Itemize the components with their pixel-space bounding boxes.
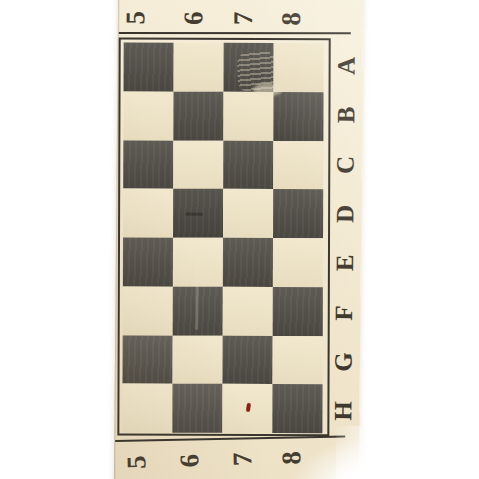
square-b5[interactable] bbox=[123, 91, 173, 140]
square-c6[interactable] bbox=[173, 140, 223, 189]
file-label-b: B bbox=[331, 100, 361, 130]
square-e7[interactable] bbox=[223, 238, 273, 287]
square-g7[interactable] bbox=[223, 335, 273, 384]
square-h8[interactable] bbox=[272, 384, 322, 433]
square-g6[interactable] bbox=[173, 335, 223, 384]
rank-label-bottom-8: 8 bbox=[277, 442, 308, 473]
rank-label-bottom-6: 6 bbox=[175, 445, 206, 476]
square-h7[interactable] bbox=[222, 384, 272, 433]
square-e8[interactable] bbox=[273, 238, 323, 287]
square-a6[interactable] bbox=[174, 43, 224, 92]
rank-labels-top: 5678 bbox=[118, 2, 363, 36]
rank-label-top-7: 7 bbox=[229, 3, 259, 33]
square-d8[interactable] bbox=[273, 189, 323, 238]
square-a5[interactable] bbox=[124, 43, 174, 92]
square-f5[interactable] bbox=[123, 286, 173, 335]
photo-canvas: 5678 5678 ABCDEFGH bbox=[0, 0, 479, 479]
rank-label-top-6: 6 bbox=[179, 2, 209, 32]
board-edge-line-bottom bbox=[115, 436, 345, 442]
square-g5[interactable] bbox=[123, 335, 173, 384]
file-label-e: E bbox=[330, 248, 360, 278]
square-f7[interactable] bbox=[223, 287, 273, 336]
file-label-a: A bbox=[331, 51, 361, 81]
file-label-h: H bbox=[328, 396, 358, 426]
square-a8[interactable] bbox=[274, 43, 324, 92]
file-label-c: C bbox=[331, 149, 361, 179]
square-g8[interactable] bbox=[273, 336, 323, 385]
square-b7[interactable] bbox=[223, 92, 273, 141]
playing-grid bbox=[122, 43, 323, 434]
file-label-d: D bbox=[330, 199, 360, 229]
square-d5[interactable] bbox=[123, 189, 173, 238]
square-h6[interactable] bbox=[172, 384, 222, 433]
square-b6[interactable] bbox=[173, 91, 223, 140]
rank-label-bottom-5: 5 bbox=[122, 446, 153, 477]
chessboard-half-photo: 5678 5678 ABCDEFGH bbox=[114, 0, 363, 479]
square-c8[interactable] bbox=[273, 141, 323, 190]
scuff-mark-a7-bright bbox=[253, 83, 282, 96]
red-paint-speck bbox=[245, 402, 250, 411]
square-e5[interactable] bbox=[123, 238, 173, 287]
rank-label-top-8: 8 bbox=[277, 3, 307, 33]
square-f8[interactable] bbox=[273, 287, 323, 336]
file-label-f: F bbox=[329, 297, 359, 327]
rank-labels-bottom: 5678 bbox=[114, 441, 360, 477]
square-d7[interactable] bbox=[223, 189, 273, 238]
square-h5[interactable] bbox=[122, 384, 172, 433]
file-label-g: G bbox=[329, 347, 359, 377]
square-b8[interactable] bbox=[273, 92, 323, 141]
rank-label-bottom-7: 7 bbox=[228, 443, 259, 474]
rank-label-top-5: 5 bbox=[121, 2, 151, 32]
square-c7[interactable] bbox=[223, 140, 273, 189]
square-c5[interactable] bbox=[123, 140, 173, 189]
scratch-mark-d6 bbox=[185, 213, 203, 216]
